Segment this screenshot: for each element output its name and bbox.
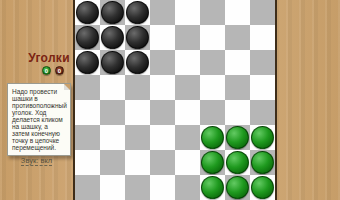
- board-square[interactable]: [125, 125, 150, 150]
- board-square[interactable]: [75, 75, 100, 100]
- board-square[interactable]: [75, 175, 100, 200]
- board-square[interactable]: [125, 75, 150, 100]
- board-square[interactable]: [225, 75, 250, 100]
- board-square[interactable]: [75, 0, 100, 25]
- board-square[interactable]: [150, 175, 175, 200]
- board-square[interactable]: [250, 175, 275, 200]
- board-square[interactable]: [200, 25, 225, 50]
- board-square[interactable]: [100, 125, 125, 150]
- board-square[interactable]: [150, 25, 175, 50]
- green-piece[interactable]: [251, 151, 274, 174]
- board-square[interactable]: [225, 175, 250, 200]
- hint-tooltip: Надо провести шашки в противоположный уг…: [7, 83, 71, 156]
- board-square[interactable]: [225, 50, 250, 75]
- board-square[interactable]: [125, 100, 150, 125]
- board-square[interactable]: [200, 50, 225, 75]
- black-piece[interactable]: [76, 1, 99, 24]
- board-square[interactable]: [200, 150, 225, 175]
- board-square[interactable]: [125, 0, 150, 25]
- board-square[interactable]: [200, 75, 225, 100]
- board-square[interactable]: [150, 100, 175, 125]
- board-square[interactable]: [175, 25, 200, 50]
- green-score-badge: 0: [42, 66, 51, 75]
- black-piece[interactable]: [101, 26, 124, 49]
- board-square[interactable]: [250, 25, 275, 50]
- board-square[interactable]: [75, 150, 100, 175]
- board-square[interactable]: [100, 50, 125, 75]
- board-square[interactable]: [125, 50, 150, 75]
- board-square[interactable]: [175, 175, 200, 200]
- board-square[interactable]: [150, 0, 175, 25]
- board-square[interactable]: [75, 25, 100, 50]
- green-piece[interactable]: [226, 176, 249, 199]
- board-square[interactable]: [100, 175, 125, 200]
- black-score-badge: 0: [55, 66, 64, 75]
- board-square[interactable]: [175, 75, 200, 100]
- board-square[interactable]: [175, 0, 200, 25]
- board-square[interactable]: [100, 150, 125, 175]
- green-piece[interactable]: [251, 126, 274, 149]
- board-square[interactable]: [250, 0, 275, 25]
- board-square[interactable]: [175, 125, 200, 150]
- board-square[interactable]: [175, 100, 200, 125]
- game-window: Уголки 0 0 Надо провести шашки в противо…: [0, 0, 340, 200]
- board-square[interactable]: [250, 75, 275, 100]
- black-piece[interactable]: [126, 26, 149, 49]
- sidebar: Уголки 0 0 Надо провести шашки в противо…: [0, 0, 73, 200]
- green-piece[interactable]: [201, 151, 224, 174]
- board-square[interactable]: [150, 50, 175, 75]
- board-square[interactable]: [250, 100, 275, 125]
- board-square[interactable]: [225, 150, 250, 175]
- board-square[interactable]: [225, 25, 250, 50]
- board-square[interactable]: [175, 50, 200, 75]
- board-square[interactable]: [125, 175, 150, 200]
- board-square[interactable]: [150, 150, 175, 175]
- black-piece[interactable]: [76, 51, 99, 74]
- board-square[interactable]: [100, 0, 125, 25]
- sound-toggle-label[interactable]: Звук: вкл: [21, 156, 52, 166]
- board-square[interactable]: [200, 100, 225, 125]
- board-square[interactable]: [75, 50, 100, 75]
- board-square[interactable]: [100, 75, 125, 100]
- sound-toggle-link[interactable]: Звук: вкл: [0, 156, 73, 165]
- board-frame: [73, 0, 277, 200]
- board-square[interactable]: [250, 150, 275, 175]
- board-square[interactable]: [200, 0, 225, 25]
- black-piece[interactable]: [101, 1, 124, 24]
- board-square[interactable]: [250, 125, 275, 150]
- board-square[interactable]: [100, 100, 125, 125]
- board-square[interactable]: [200, 125, 225, 150]
- green-piece[interactable]: [201, 176, 224, 199]
- score-display: 0 0: [41, 66, 65, 75]
- board-square[interactable]: [175, 150, 200, 175]
- board-square[interactable]: [100, 25, 125, 50]
- black-piece[interactable]: [126, 51, 149, 74]
- board: [75, 0, 275, 200]
- black-piece[interactable]: [76, 26, 99, 49]
- board-square[interactable]: [250, 50, 275, 75]
- board-square[interactable]: [75, 125, 100, 150]
- board-square[interactable]: [125, 25, 150, 50]
- green-piece[interactable]: [226, 126, 249, 149]
- black-piece[interactable]: [101, 51, 124, 74]
- board-square[interactable]: [225, 0, 250, 25]
- board-square[interactable]: [125, 150, 150, 175]
- board-square[interactable]: [200, 175, 225, 200]
- board-square[interactable]: [75, 100, 100, 125]
- game-title: Уголки: [24, 51, 74, 65]
- board-square[interactable]: [225, 125, 250, 150]
- hint-text: Надо провести шашки в противоположный уг…: [12, 88, 67, 151]
- black-piece[interactable]: [126, 1, 149, 24]
- green-piece[interactable]: [226, 151, 249, 174]
- green-piece[interactable]: [201, 126, 224, 149]
- green-piece[interactable]: [251, 176, 274, 199]
- board-square[interactable]: [150, 75, 175, 100]
- tooltip-fold-corner-icon: [64, 84, 70, 90]
- board-square[interactable]: [150, 125, 175, 150]
- board-square[interactable]: [225, 100, 250, 125]
